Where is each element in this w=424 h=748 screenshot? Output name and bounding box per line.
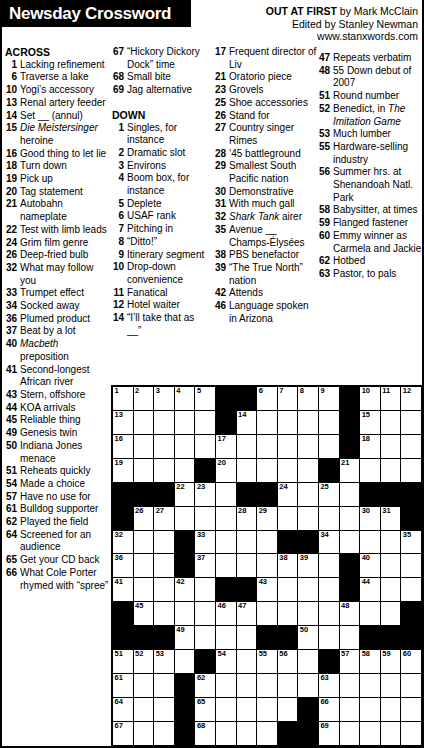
cell-r3c7[interactable] xyxy=(237,435,257,458)
cell-r8c14[interactable] xyxy=(381,554,401,577)
cell-r14c6[interactable] xyxy=(216,698,236,721)
cell-r6c5[interactable] xyxy=(195,507,215,530)
cell-r10c10[interactable] xyxy=(298,602,318,625)
clue-number: 44 xyxy=(5,402,20,415)
cell-r10c11[interactable] xyxy=(319,602,339,625)
cell-r3c10[interactable] xyxy=(298,435,318,458)
clue-number: 10 xyxy=(5,84,20,97)
cell-r14c1[interactable]: 64 xyxy=(113,698,133,721)
cell-r7c13[interactable] xyxy=(360,531,380,554)
clue-down-53: 53Much lumber xyxy=(318,128,424,141)
cell-r1c2[interactable]: 2 xyxy=(134,387,154,410)
cell-r2c4[interactable] xyxy=(175,411,195,434)
cell-r10c6[interactable]: 46 xyxy=(216,602,236,625)
clue-number: 26 xyxy=(214,110,229,123)
cell-r8c7[interactable] xyxy=(237,554,257,577)
cell-r11c11[interactable] xyxy=(319,626,339,649)
cell-r6c3[interactable]: 27 xyxy=(154,507,174,530)
clue-across-34: 34Socked away xyxy=(5,300,110,313)
clue-down-26: 26Stand for xyxy=(214,110,318,123)
cell-r8c1[interactable]: 36 xyxy=(113,554,133,577)
cell-r8c11[interactable] xyxy=(319,554,339,577)
clue-down-60: 60Emmy winner as Carmela and Jackie xyxy=(318,230,424,255)
cell-r10c9[interactable] xyxy=(278,602,298,625)
cell-r2c10[interactable] xyxy=(298,411,318,434)
cell-r13c3[interactable] xyxy=(154,674,174,697)
clue-number: 14 xyxy=(5,110,20,123)
clue-text: Deep-fried bulb xyxy=(20,249,110,262)
clue-across-16: 16Good thing to let lie xyxy=(5,148,110,161)
cell-r3c15[interactable] xyxy=(401,435,421,458)
cell-r12c7[interactable] xyxy=(237,650,257,673)
cell-number-21: 21 xyxy=(341,459,349,468)
clue-text: Second-longest African river xyxy=(20,364,110,389)
clue-text: Renal artery feeder xyxy=(20,97,110,110)
cell-r1c9[interactable]: 7 xyxy=(278,387,298,410)
clue-down-46: 46Language spoken in Arizona xyxy=(214,300,318,325)
cell-r2c1[interactable]: 13 xyxy=(113,411,133,434)
clue-text: Hardware-selling industry xyxy=(333,141,424,166)
cell-r7c1[interactable]: 32 xyxy=(113,531,133,554)
byline-line-1: OUT AT FIRST by Mark McClain xyxy=(266,5,418,18)
cell-number-13: 13 xyxy=(115,411,123,420)
cell-r3c6[interactable]: 17 xyxy=(216,435,236,458)
clue-number: 1 xyxy=(5,59,20,72)
cell-r4c7[interactable] xyxy=(237,459,257,482)
cell-r8c15[interactable] xyxy=(401,554,421,577)
cell-r1c15[interactable]: 12 xyxy=(401,387,421,410)
cell-number-15: 15 xyxy=(362,411,370,420)
clue-text: Avenue __ Champs-Élysées xyxy=(229,224,318,249)
clue-across-43: 43Stern, offshore xyxy=(5,389,110,402)
cell-r13c12[interactable] xyxy=(340,674,360,697)
clue-text: Deplete xyxy=(127,198,211,211)
cell-number-34: 34 xyxy=(320,531,328,540)
cell-r1c14[interactable]: 11 xyxy=(381,387,401,410)
cell-number-23: 23 xyxy=(197,483,205,492)
cell-r15c10 xyxy=(298,722,318,745)
cell-r9c1[interactable]: 41 xyxy=(113,578,133,601)
cell-r10c1 xyxy=(113,602,133,625)
cell-r10c14[interactable] xyxy=(381,602,401,625)
cell-r14c11[interactable]: 66 xyxy=(319,698,339,721)
cell-r14c3[interactable] xyxy=(154,698,174,721)
cell-r4c8[interactable] xyxy=(257,459,277,482)
cell-r15c13[interactable] xyxy=(360,722,380,745)
clue-text: Attends xyxy=(229,287,318,300)
cell-r12c9[interactable]: 56 xyxy=(278,650,298,673)
cell-r15c2[interactable] xyxy=(134,722,154,745)
cell-r13c4 xyxy=(175,674,195,697)
clue-text: ’45 battleground xyxy=(229,148,318,161)
clue-down-59: 59Flanged fastener xyxy=(318,217,424,230)
cell-r4c14[interactable] xyxy=(381,459,401,482)
cell-number-56: 56 xyxy=(279,650,287,659)
clue-list-header-down: DOWN xyxy=(112,109,211,122)
clue-down-42: 42Attends xyxy=(214,287,318,300)
clue-text: What may follow you xyxy=(20,262,110,287)
cell-r1c11[interactable]: 9 xyxy=(319,387,339,410)
clue-number: 32 xyxy=(214,211,229,224)
cell-r13c6[interactable] xyxy=(216,674,236,697)
clue-text: Plumed product xyxy=(20,313,110,326)
cell-r14c12[interactable] xyxy=(340,698,360,721)
clue-number: 2 xyxy=(112,147,127,160)
cell-r6c8[interactable]: 29 xyxy=(257,507,277,530)
clue-number: 35 xyxy=(214,224,229,249)
clue-text: Beat by a lot xyxy=(20,325,110,338)
cell-number-27: 27 xyxy=(156,507,164,516)
clue-text: Drop-down convenience xyxy=(127,261,211,286)
clue-text: “Ditto!” xyxy=(127,236,211,249)
clue-down-14: 14“I’ll take that as __” xyxy=(112,312,211,337)
clue-down-55: 55Hardware-selling industry xyxy=(318,141,424,166)
clue-down-62: 62Hotbed xyxy=(318,255,424,268)
clue-across-6: 6Traverse a lake xyxy=(5,71,110,84)
cell-r8c2[interactable] xyxy=(134,554,154,577)
cell-r3c5[interactable] xyxy=(195,435,215,458)
clue-number: 9 xyxy=(112,249,127,262)
cell-r4c3[interactable] xyxy=(154,459,174,482)
cell-r9c2[interactable] xyxy=(134,578,154,601)
cell-r5c12[interactable] xyxy=(340,483,360,506)
cell-r3c9[interactable] xyxy=(278,435,298,458)
cell-r2c14[interactable] xyxy=(381,411,401,434)
clue-across-19: 19Pick up xyxy=(5,173,110,186)
cell-r1c3[interactable]: 3 xyxy=(154,387,174,410)
clue-number: 41 xyxy=(5,364,20,389)
clue-number: 62 xyxy=(318,255,333,268)
clue-text: Language spoken in Arizona xyxy=(229,300,318,325)
clue-list-header-across: ACROSS xyxy=(5,46,110,59)
cell-r14c2[interactable] xyxy=(134,698,154,721)
cell-r6c9[interactable] xyxy=(278,507,298,530)
clue-text: Made a choice xyxy=(20,478,110,491)
clue-across-26: 26Deep-fried bulb xyxy=(5,249,110,262)
cell-r10c12[interactable]: 48 xyxy=(340,602,360,625)
cell-r4c2[interactable] xyxy=(134,459,154,482)
cell-r6c2[interactable]: 26 xyxy=(134,507,154,530)
cell-r6c13[interactable]: 30 xyxy=(360,507,380,530)
cell-r9c15[interactable] xyxy=(401,578,421,601)
cell-r10c13[interactable] xyxy=(360,602,380,625)
clue-text: Jag alternative xyxy=(127,84,211,97)
cell-r3c4[interactable] xyxy=(175,435,195,458)
clue-text: Pick up xyxy=(20,173,110,186)
clue-across-21: 21Autobahn nameplate xyxy=(5,198,110,223)
cell-r7c2[interactable] xyxy=(134,531,154,554)
cell-r8c10[interactable]: 39 xyxy=(298,554,318,577)
cell-r12c15[interactable]: 60 xyxy=(401,650,421,673)
cell-r12c6[interactable]: 54 xyxy=(216,650,236,673)
cell-r11c4[interactable]: 49 xyxy=(175,626,195,649)
cell-number-42: 42 xyxy=(176,578,184,587)
cell-r2c15[interactable] xyxy=(401,411,421,434)
cell-r2c12 xyxy=(340,411,360,434)
clue-across-62: 62Played the field xyxy=(5,516,110,529)
cell-r7c14[interactable] xyxy=(381,531,401,554)
cell-r15c5[interactable]: 68 xyxy=(195,722,215,745)
clue-number: 21 xyxy=(5,198,20,223)
clue-number: 29 xyxy=(214,160,229,185)
cell-r13c10[interactable] xyxy=(298,674,318,697)
cell-r9c13[interactable]: 44 xyxy=(360,578,380,601)
cell-r14c13[interactable] xyxy=(360,698,380,721)
cell-r14c4 xyxy=(175,698,195,721)
cell-r8c9[interactable]: 38 xyxy=(278,554,298,577)
clue-number: 65 xyxy=(5,554,20,567)
cell-r6c7[interactable]: 28 xyxy=(237,507,257,530)
cell-r10c3[interactable] xyxy=(154,602,174,625)
cell-r2c5[interactable] xyxy=(195,411,215,434)
cell-r13c1[interactable]: 61 xyxy=(113,674,133,697)
cell-r5c14 xyxy=(381,483,401,506)
clue-text: Round number xyxy=(333,90,424,103)
cell-r10c7[interactable]: 47 xyxy=(237,602,257,625)
cell-r4c13[interactable] xyxy=(360,459,380,482)
clue-number: 64 xyxy=(5,529,20,554)
cell-r7c15[interactable]: 35 xyxy=(401,531,421,554)
page: Newsday Crossword OUT AT FIRST by Mark M… xyxy=(0,0,424,748)
cell-r9c10[interactable] xyxy=(298,578,318,601)
clue-number: 18 xyxy=(5,160,20,173)
cell-r15c6[interactable] xyxy=(216,722,236,745)
cell-number-53: 53 xyxy=(156,650,164,659)
cell-r10c5[interactable] xyxy=(195,602,215,625)
cell-number-7: 7 xyxy=(279,387,283,396)
cell-r7c6[interactable] xyxy=(216,531,236,554)
cell-r6c12[interactable] xyxy=(340,507,360,530)
clue-down-8: 8“Ditto!” xyxy=(112,236,211,249)
clue-number: 61 xyxy=(5,503,20,516)
cell-number-19: 19 xyxy=(115,459,123,468)
cell-number-63: 63 xyxy=(320,674,328,683)
cell-r3c1[interactable]: 16 xyxy=(113,435,133,458)
cell-r3c14[interactable] xyxy=(381,435,401,458)
cell-r1c5[interactable]: 5 xyxy=(195,387,215,410)
cell-r13c7[interactable] xyxy=(237,674,257,697)
cell-number-30: 30 xyxy=(362,507,370,516)
cell-r2c9[interactable] xyxy=(278,411,298,434)
cell-r7c12[interactable] xyxy=(340,531,360,554)
cell-r13c9[interactable] xyxy=(278,674,298,697)
clue-number: 19 xyxy=(5,173,20,186)
clue-number: 42 xyxy=(214,287,229,300)
cell-r15c1[interactable]: 67 xyxy=(113,722,133,745)
clue-number: 33 xyxy=(5,287,20,300)
cell-r14c9[interactable] xyxy=(278,698,298,721)
clue-across-65: 65Get your CD back xyxy=(5,554,110,567)
cell-r6c14[interactable]: 31 xyxy=(381,507,401,530)
cell-r12c8[interactable]: 55 xyxy=(257,650,277,673)
cell-r5c11[interactable]: 25 xyxy=(319,483,339,506)
cell-r2c3[interactable] xyxy=(154,411,174,434)
clue-text: Yogi’s accessory xyxy=(20,84,110,97)
cell-r2c7[interactable]: 14 xyxy=(237,411,257,434)
clue-number: 37 xyxy=(5,325,20,338)
clue-across-51: 51Reheats quickly xyxy=(5,465,110,478)
cell-r6c11[interactable] xyxy=(319,507,339,530)
cell-r12c10[interactable] xyxy=(298,650,318,673)
cell-r11c8 xyxy=(257,626,277,649)
cell-r9c5[interactable] xyxy=(195,578,215,601)
cell-r6c15 xyxy=(401,507,421,530)
cell-r14c14[interactable] xyxy=(381,698,401,721)
cell-r10c4[interactable] xyxy=(175,602,195,625)
cell-r4c15[interactable] xyxy=(401,459,421,482)
clue-down-63: 63Pastor, to pals xyxy=(318,268,424,281)
cell-r1c4[interactable]: 4 xyxy=(175,387,195,410)
cell-r15c7[interactable] xyxy=(237,722,257,745)
cell-r9c4[interactable]: 42 xyxy=(175,578,195,601)
cell-number-10: 10 xyxy=(362,387,370,396)
clue-down-11: 11Fanatical xyxy=(112,287,211,300)
cell-r1c8[interactable]: 6 xyxy=(257,387,277,410)
cell-r13c2[interactable] xyxy=(134,674,154,697)
clue-number: 31 xyxy=(214,198,229,211)
cell-r13c15[interactable] xyxy=(401,674,421,697)
clue-text: Autobahn nameplate xyxy=(20,198,110,223)
cell-number-16: 16 xyxy=(115,435,123,444)
clue-number: 13 xyxy=(5,97,20,110)
cell-r6c10[interactable] xyxy=(298,507,318,530)
cell-r4c6[interactable]: 20 xyxy=(216,459,236,482)
cell-r10c2[interactable]: 45 xyxy=(134,602,154,625)
cell-r9c14[interactable] xyxy=(381,578,401,601)
cell-r1c13[interactable]: 10 xyxy=(360,387,380,410)
cell-r15c15[interactable] xyxy=(401,722,421,745)
cell-r8c8[interactable] xyxy=(257,554,277,577)
clue-across-61: 61Bulldog supporter xyxy=(5,503,110,516)
cell-r5c4[interactable]: 22 xyxy=(175,483,195,506)
clue-text: Much lumber xyxy=(333,128,424,141)
cell-r8c3[interactable] xyxy=(154,554,174,577)
cell-r14c7[interactable] xyxy=(237,698,257,721)
clue-down-47: 47Repeats verbatim xyxy=(318,52,424,65)
cell-r5c10[interactable] xyxy=(298,483,318,506)
cell-r8c6[interactable] xyxy=(216,554,236,577)
cell-r13c11[interactable]: 63 xyxy=(319,674,339,697)
clue-column-1: ACROSS1Lacking refinement6Traverse a lak… xyxy=(5,46,110,746)
clue-text: Demonstrative xyxy=(229,186,318,199)
cell-r1c10[interactable]: 8 xyxy=(298,387,318,410)
cell-r12c3[interactable]: 53 xyxy=(154,650,174,673)
cell-number-54: 54 xyxy=(217,650,225,659)
cell-r9c3[interactable] xyxy=(154,578,174,601)
cell-r9c11[interactable] xyxy=(319,578,339,601)
cell-r2c6 xyxy=(216,411,236,434)
cell-r15c11[interactable]: 69 xyxy=(319,722,339,745)
cell-r13c8[interactable] xyxy=(257,674,277,697)
cell-r15c12[interactable] xyxy=(340,722,360,745)
cell-r4c9[interactable] xyxy=(278,459,298,482)
cell-r13c14[interactable] xyxy=(381,674,401,697)
clue-number: 27 xyxy=(214,122,229,147)
cell-r14c5[interactable]: 65 xyxy=(195,698,215,721)
cell-r10c8[interactable] xyxy=(257,602,277,625)
clue-text: Country singer Rimes xyxy=(229,122,318,147)
cell-r12c1[interactable]: 51 xyxy=(113,650,133,673)
cell-r8c5[interactable]: 37 xyxy=(195,554,215,577)
cell-r13c5[interactable]: 62 xyxy=(195,674,215,697)
cell-r12c12[interactable]: 57 xyxy=(340,650,360,673)
cell-r3c3[interactable] xyxy=(154,435,174,458)
cell-r4c10[interactable] xyxy=(298,459,318,482)
cell-r4c4[interactable] xyxy=(175,459,195,482)
cell-r7c11[interactable]: 34 xyxy=(319,531,339,554)
cell-number-18: 18 xyxy=(362,435,370,444)
clue-number: 69 xyxy=(112,84,127,97)
clue-down-35: 35Avenue __ Champs-Élysées xyxy=(214,224,318,249)
cell-r5c5[interactable]: 23 xyxy=(195,483,215,506)
cell-r9c8[interactable]: 43 xyxy=(257,578,277,601)
cell-r11c6[interactable] xyxy=(216,626,236,649)
cell-r2c8[interactable] xyxy=(257,411,277,434)
cell-r15c8[interactable] xyxy=(257,722,277,745)
clue-down-27: 27Country singer Rimes xyxy=(214,122,318,147)
clue-across-40: 40Macbeth preposition xyxy=(5,338,110,363)
cell-r3c13[interactable]: 18 xyxy=(360,435,380,458)
clue-number: 10 xyxy=(112,261,127,286)
clue-number: 15 xyxy=(5,122,20,147)
cell-r4c12[interactable]: 21 xyxy=(340,459,360,482)
cell-r1c1[interactable]: 1 xyxy=(113,387,133,410)
clue-text: Get your CD back xyxy=(20,554,110,567)
cell-r14c15[interactable] xyxy=(401,698,421,721)
cell-r9c9[interactable] xyxy=(278,578,298,601)
cell-r12c4[interactable] xyxy=(175,650,195,673)
cell-r12c13[interactable]: 58 xyxy=(360,650,380,673)
cell-r7c5[interactable]: 33 xyxy=(195,531,215,554)
cell-r13c13[interactable] xyxy=(360,674,380,697)
clue-number: 50 xyxy=(5,440,20,465)
cell-r15c14[interactable] xyxy=(381,722,401,745)
cell-r1c12 xyxy=(340,387,360,410)
cell-r11c7[interactable] xyxy=(237,626,257,649)
cell-r3c11[interactable] xyxy=(319,435,339,458)
cell-r14c8[interactable] xyxy=(257,698,277,721)
cell-r3c2[interactable] xyxy=(134,435,154,458)
cell-r3c8[interactable] xyxy=(257,435,277,458)
cell-r6c6[interactable] xyxy=(216,507,236,530)
cell-r7c7[interactable] xyxy=(237,531,257,554)
cell-r12c14[interactable]: 59 xyxy=(381,650,401,673)
cell-r2c2[interactable] xyxy=(134,411,154,434)
cell-r12c2[interactable]: 52 xyxy=(134,650,154,673)
cell-r8c13[interactable]: 40 xyxy=(360,554,380,577)
clue-across-54: 54Made a choice xyxy=(5,478,110,491)
cell-number-25: 25 xyxy=(320,483,328,492)
cell-r7c3[interactable] xyxy=(154,531,174,554)
cell-r7c8[interactable] xyxy=(257,531,277,554)
cell-r6c4[interactable] xyxy=(175,507,195,530)
cell-r15c3[interactable] xyxy=(154,722,174,745)
cell-r4c1[interactable]: 19 xyxy=(113,459,133,482)
clue-number: 58 xyxy=(318,204,333,217)
cell-r5c9[interactable]: 24 xyxy=(278,483,298,506)
cell-r5c6[interactable] xyxy=(216,483,236,506)
cell-r2c11[interactable] xyxy=(319,411,339,434)
cell-number-61: 61 xyxy=(115,674,123,683)
cell-r11c12[interactable] xyxy=(340,626,360,649)
cell-r11c10[interactable]: 50 xyxy=(298,626,318,649)
cell-r2c13[interactable]: 15 xyxy=(360,411,380,434)
cell-number-6: 6 xyxy=(259,387,263,396)
clue-across-67: 67“Hickory Dickory Dock” time xyxy=(112,46,211,71)
cell-r11c5[interactable] xyxy=(195,626,215,649)
clue-number: 43 xyxy=(5,389,20,402)
clue-text: Benedict, in The Imitation Game xyxy=(333,103,424,128)
